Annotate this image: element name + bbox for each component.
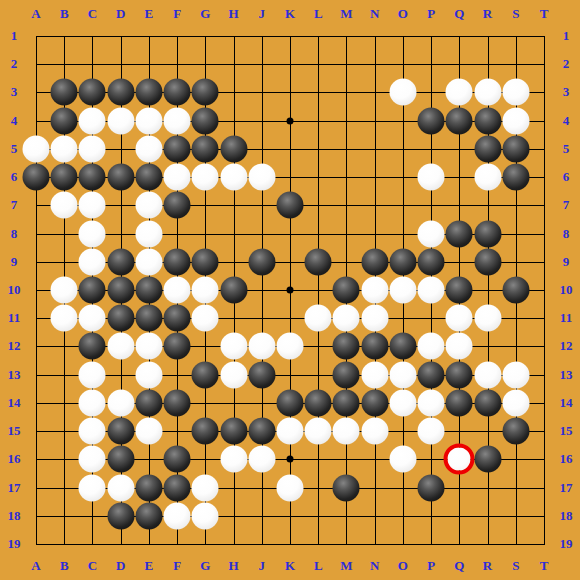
column-label-top: K xyxy=(277,6,303,22)
stone-white xyxy=(51,305,78,332)
column-label-bottom: E xyxy=(136,558,162,574)
row-label-right: 2 xyxy=(553,56,579,72)
stone-white xyxy=(164,107,191,134)
stone-white xyxy=(79,305,106,332)
star-point xyxy=(287,117,294,124)
stone-black xyxy=(192,361,219,388)
stone-white xyxy=(192,474,219,501)
stone-black xyxy=(164,248,191,275)
stone-white xyxy=(474,164,501,191)
stone-black xyxy=(23,164,50,191)
stone-black xyxy=(220,418,247,445)
stone-black xyxy=(333,361,360,388)
row-label-right: 9 xyxy=(553,254,579,270)
stone-white xyxy=(502,389,529,416)
stone-black xyxy=(446,107,473,134)
stone-black xyxy=(248,418,275,445)
stone-white xyxy=(248,333,275,360)
column-label-bottom: R xyxy=(475,558,501,574)
column-label-bottom: S xyxy=(503,558,529,574)
stone-black xyxy=(361,248,388,275)
column-label-top: F xyxy=(164,6,190,22)
row-label-left: 12 xyxy=(1,338,27,354)
stone-black xyxy=(164,474,191,501)
stone-white xyxy=(135,107,162,134)
stone-white xyxy=(51,277,78,304)
stone-white xyxy=(361,361,388,388)
stone-white xyxy=(79,389,106,416)
row-label-left: 4 xyxy=(1,113,27,129)
stone-black xyxy=(192,418,219,445)
stone-white xyxy=(277,418,304,445)
row-label-right: 3 xyxy=(553,84,579,100)
stone-white xyxy=(135,192,162,219)
stone-black xyxy=(192,79,219,106)
stone-black xyxy=(164,446,191,473)
column-label-bottom: G xyxy=(192,558,218,574)
stone-black xyxy=(474,248,501,275)
stone-white xyxy=(446,79,473,106)
row-label-left: 17 xyxy=(1,480,27,496)
stone-white xyxy=(135,248,162,275)
row-label-left: 16 xyxy=(1,451,27,467)
stone-white xyxy=(79,107,106,134)
stone-black xyxy=(474,107,501,134)
row-label-right: 10 xyxy=(553,282,579,298)
stone-black xyxy=(107,446,134,473)
row-label-left: 7 xyxy=(1,197,27,213)
row-label-left: 1 xyxy=(1,28,27,44)
stone-black xyxy=(502,164,529,191)
stone-white xyxy=(361,305,388,332)
column-label-top: N xyxy=(362,6,388,22)
stone-black xyxy=(79,277,106,304)
column-label-bottom: M xyxy=(333,558,359,574)
stone-black xyxy=(79,164,106,191)
stone-white xyxy=(333,418,360,445)
stone-black xyxy=(51,79,78,106)
stone-black xyxy=(305,248,332,275)
stone-white xyxy=(418,389,445,416)
stone-black xyxy=(418,248,445,275)
stone-white xyxy=(361,277,388,304)
stone-white xyxy=(135,361,162,388)
stone-white xyxy=(164,502,191,529)
stone-black xyxy=(277,389,304,416)
stone-black xyxy=(135,474,162,501)
row-label-right: 19 xyxy=(553,536,579,552)
stone-black xyxy=(79,333,106,360)
row-label-right: 7 xyxy=(553,197,579,213)
stone-white xyxy=(277,333,304,360)
stone-black xyxy=(135,305,162,332)
stone-black xyxy=(164,305,191,332)
stone-black xyxy=(502,135,529,162)
stone-black xyxy=(135,164,162,191)
stone-black xyxy=(446,389,473,416)
column-label-bottom: C xyxy=(79,558,105,574)
stone-black xyxy=(333,277,360,304)
stone-white xyxy=(79,135,106,162)
stone-black xyxy=(389,333,416,360)
stone-black xyxy=(107,164,134,191)
column-label-top: D xyxy=(108,6,134,22)
stone-white xyxy=(418,333,445,360)
row-label-left: 13 xyxy=(1,367,27,383)
stone-black xyxy=(418,107,445,134)
column-label-bottom: D xyxy=(108,558,134,574)
stone-white xyxy=(135,135,162,162)
grid-line-vertical xyxy=(318,36,319,545)
column-label-top: J xyxy=(249,6,275,22)
stone-black xyxy=(446,277,473,304)
column-label-top: E xyxy=(136,6,162,22)
column-label-bottom: N xyxy=(362,558,388,574)
stone-black xyxy=(418,474,445,501)
last-move-stone-white xyxy=(444,444,475,475)
stone-white xyxy=(502,79,529,106)
column-label-top: L xyxy=(305,6,331,22)
stone-black xyxy=(107,305,134,332)
stone-white xyxy=(361,418,388,445)
stone-black xyxy=(107,79,134,106)
stone-white xyxy=(79,248,106,275)
column-label-top: R xyxy=(475,6,501,22)
row-label-right: 6 xyxy=(553,169,579,185)
row-label-left: 11 xyxy=(1,310,27,326)
row-label-right: 4 xyxy=(553,113,579,129)
column-label-top: H xyxy=(221,6,247,22)
stone-black xyxy=(277,192,304,219)
stone-white xyxy=(389,361,416,388)
stone-black xyxy=(220,135,247,162)
stone-white xyxy=(79,220,106,247)
stone-black xyxy=(333,389,360,416)
stone-black xyxy=(446,361,473,388)
stone-white xyxy=(107,333,134,360)
stone-white xyxy=(164,164,191,191)
stone-white xyxy=(248,164,275,191)
row-label-right: 16 xyxy=(553,451,579,467)
row-label-right: 11 xyxy=(553,310,579,326)
stone-black xyxy=(51,107,78,134)
row-label-left: 10 xyxy=(1,282,27,298)
row-label-left: 8 xyxy=(1,226,27,242)
stone-white xyxy=(305,305,332,332)
stone-black xyxy=(164,389,191,416)
stone-white xyxy=(192,164,219,191)
row-label-left: 2 xyxy=(1,56,27,72)
stone-white xyxy=(446,333,473,360)
column-label-bottom: F xyxy=(164,558,190,574)
stone-black xyxy=(135,277,162,304)
stone-black xyxy=(333,474,360,501)
row-label-left: 14 xyxy=(1,395,27,411)
stone-white xyxy=(502,107,529,134)
row-label-left: 18 xyxy=(1,508,27,524)
column-label-top: O xyxy=(390,6,416,22)
stone-black xyxy=(361,333,388,360)
stone-black xyxy=(135,389,162,416)
stone-black xyxy=(305,389,332,416)
stone-black xyxy=(418,361,445,388)
row-label-right: 14 xyxy=(553,395,579,411)
stone-white xyxy=(220,164,247,191)
column-label-bottom: A xyxy=(23,558,49,574)
stone-black xyxy=(220,277,247,304)
stone-black xyxy=(107,248,134,275)
column-label-top: C xyxy=(79,6,105,22)
column-label-bottom: H xyxy=(221,558,247,574)
stone-black xyxy=(502,277,529,304)
column-label-bottom: O xyxy=(390,558,416,574)
row-label-right: 13 xyxy=(553,367,579,383)
stone-black xyxy=(248,248,275,275)
stone-white xyxy=(107,389,134,416)
stone-white xyxy=(418,164,445,191)
stone-black xyxy=(192,248,219,275)
column-label-bottom: K xyxy=(277,558,303,574)
grid-line-vertical xyxy=(544,36,545,545)
column-label-top: B xyxy=(51,6,77,22)
stone-black xyxy=(192,135,219,162)
grid-line-horizontal xyxy=(36,544,545,545)
column-label-top: M xyxy=(333,6,359,22)
stone-white xyxy=(51,192,78,219)
column-label-bottom: P xyxy=(418,558,444,574)
stone-white xyxy=(107,107,134,134)
stone-black xyxy=(474,135,501,162)
stone-black xyxy=(164,135,191,162)
stone-white xyxy=(418,220,445,247)
stone-white xyxy=(220,361,247,388)
column-label-bottom: L xyxy=(305,558,331,574)
stone-black xyxy=(474,220,501,247)
column-label-bottom: T xyxy=(531,558,557,574)
column-label-top: A xyxy=(23,6,49,22)
stone-black xyxy=(333,333,360,360)
stone-white xyxy=(277,474,304,501)
row-label-right: 18 xyxy=(553,508,579,524)
stone-white xyxy=(389,446,416,473)
stone-white xyxy=(192,277,219,304)
stone-white xyxy=(220,333,247,360)
stone-white xyxy=(305,418,332,445)
stone-white xyxy=(79,361,106,388)
stone-white xyxy=(51,135,78,162)
stone-white xyxy=(502,361,529,388)
row-label-right: 5 xyxy=(553,141,579,157)
stone-white xyxy=(23,135,50,162)
stone-black xyxy=(474,389,501,416)
stone-white xyxy=(107,474,134,501)
stone-black xyxy=(135,502,162,529)
stone-black xyxy=(79,79,106,106)
stone-black xyxy=(107,277,134,304)
row-label-right: 1 xyxy=(553,28,579,44)
go-board-app: AA11BB22CC33DD44EE55FF66GG77HH88JJ99KK10… xyxy=(0,0,580,580)
stone-black xyxy=(502,418,529,445)
stone-white xyxy=(333,305,360,332)
column-label-top: T xyxy=(531,6,557,22)
column-label-bottom: J xyxy=(249,558,275,574)
stone-white xyxy=(248,446,275,473)
stone-white xyxy=(418,418,445,445)
stone-black xyxy=(474,446,501,473)
row-label-left: 3 xyxy=(1,84,27,100)
stone-white xyxy=(474,361,501,388)
stone-white xyxy=(192,502,219,529)
stone-white xyxy=(135,418,162,445)
stone-white xyxy=(79,474,106,501)
stone-black xyxy=(192,107,219,134)
row-label-right: 17 xyxy=(553,480,579,496)
row-label-right: 12 xyxy=(553,338,579,354)
stone-black xyxy=(389,248,416,275)
stone-white xyxy=(79,192,106,219)
stone-white xyxy=(474,79,501,106)
star-point xyxy=(287,456,294,463)
stone-white xyxy=(446,305,473,332)
stone-black xyxy=(164,192,191,219)
stone-black xyxy=(107,418,134,445)
stone-white xyxy=(389,79,416,106)
stone-white xyxy=(418,277,445,304)
row-label-left: 9 xyxy=(1,254,27,270)
stone-black xyxy=(51,164,78,191)
stone-white xyxy=(389,389,416,416)
stone-black xyxy=(107,502,134,529)
stone-white xyxy=(474,305,501,332)
column-label-top: P xyxy=(418,6,444,22)
row-label-right: 15 xyxy=(553,423,579,439)
row-label-right: 8 xyxy=(553,226,579,242)
stone-black xyxy=(164,79,191,106)
column-label-top: Q xyxy=(446,6,472,22)
star-point xyxy=(287,287,294,294)
stone-white xyxy=(79,418,106,445)
stone-white xyxy=(135,220,162,247)
go-board[interactable]: AA11BB22CC33DD44EE55FF66GG77HH88JJ99KK10… xyxy=(0,0,580,580)
stone-black xyxy=(361,389,388,416)
stone-white xyxy=(135,333,162,360)
stone-black xyxy=(248,361,275,388)
stone-white xyxy=(79,446,106,473)
stone-white xyxy=(220,446,247,473)
stone-white xyxy=(164,277,191,304)
stone-white xyxy=(192,305,219,332)
row-label-left: 15 xyxy=(1,423,27,439)
column-label-top: S xyxy=(503,6,529,22)
column-label-top: G xyxy=(192,6,218,22)
stone-black xyxy=(446,220,473,247)
stone-white xyxy=(389,277,416,304)
row-label-left: 19 xyxy=(1,536,27,552)
column-label-bottom: Q xyxy=(446,558,472,574)
column-label-bottom: B xyxy=(51,558,77,574)
stone-black xyxy=(164,333,191,360)
stone-black xyxy=(135,79,162,106)
